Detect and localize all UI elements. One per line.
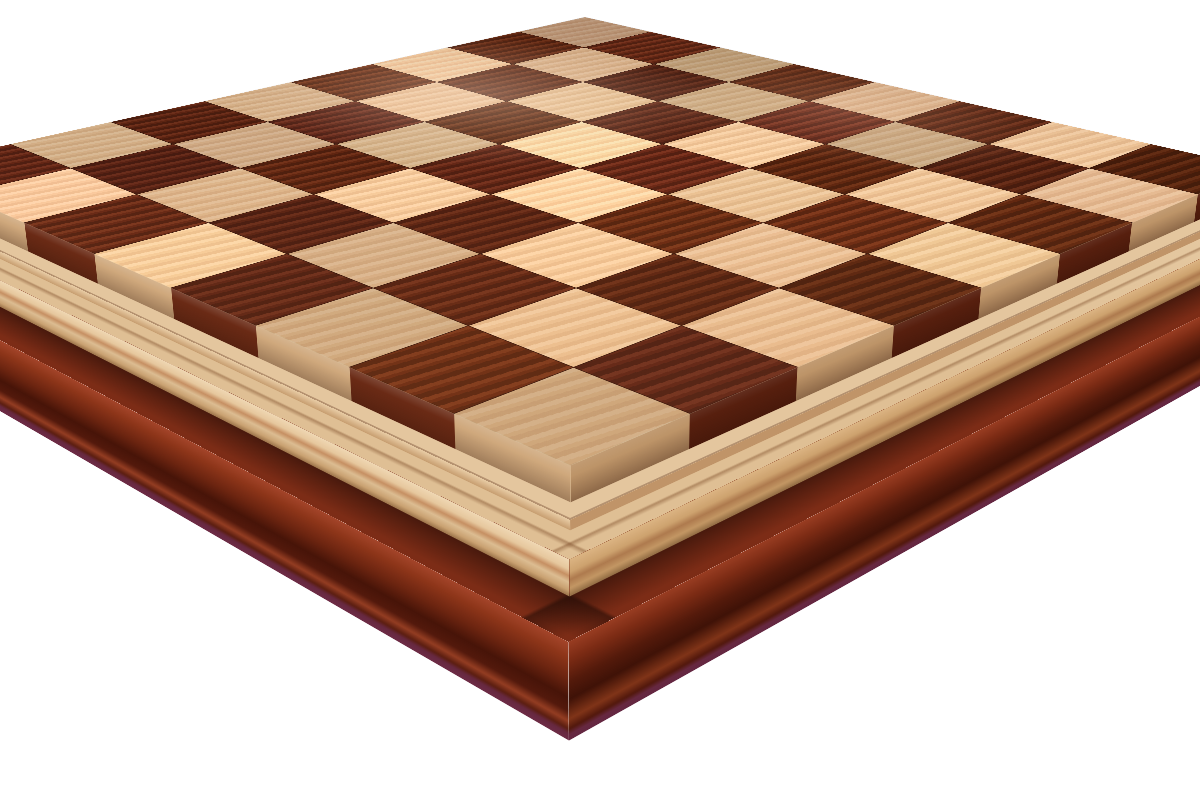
- square-b1[interactable]: [0, 168, 136, 222]
- square-f3[interactable]: [481, 223, 673, 288]
- square-d2[interactable]: [209, 194, 392, 253]
- square-e3[interactable]: [394, 194, 577, 253]
- square-g3[interactable]: [577, 254, 778, 325]
- square-g4[interactable]: [675, 223, 867, 288]
- square-e2[interactable]: [288, 223, 480, 288]
- square-f2[interactable]: [374, 254, 575, 325]
- square-g5[interactable]: [764, 194, 947, 253]
- square-g2[interactable]: [469, 288, 680, 367]
- square-f4[interactable]: [579, 194, 762, 253]
- square-g6[interactable]: [845, 168, 1020, 222]
- square-c2[interactable]: [138, 168, 313, 222]
- photo-background: [0, 0, 1200, 800]
- square-d3[interactable]: [315, 168, 490, 222]
- square-f5[interactable]: [668, 168, 843, 222]
- square-e4[interactable]: [491, 168, 666, 222]
